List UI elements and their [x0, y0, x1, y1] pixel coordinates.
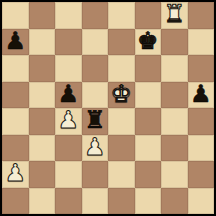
square-a3[interactable] [2, 135, 29, 162]
square-h7[interactable] [188, 29, 215, 56]
square-d5[interactable] [82, 82, 109, 109]
square-e8[interactable] [108, 2, 135, 29]
square-e1[interactable] [108, 188, 135, 215]
square-c7[interactable] [55, 29, 82, 56]
square-c3[interactable] [55, 135, 82, 162]
square-a1[interactable] [2, 188, 29, 215]
square-b3[interactable] [29, 135, 56, 162]
square-g4[interactable] [161, 108, 188, 135]
square-e2[interactable] [108, 161, 135, 188]
piece-white-pawn: ♟ [57, 108, 79, 132]
square-a6[interactable] [2, 55, 29, 82]
square-d4[interactable]: ♜ [82, 108, 109, 135]
square-h4[interactable] [188, 108, 215, 135]
square-h6[interactable] [188, 55, 215, 82]
square-e7[interactable] [108, 29, 135, 56]
square-e5[interactable]: ♚ [108, 82, 135, 109]
square-f6[interactable] [135, 55, 162, 82]
square-c2[interactable] [55, 161, 82, 188]
square-a5[interactable] [2, 82, 29, 109]
piece-white-king: ♚ [110, 82, 132, 106]
square-d7[interactable] [82, 29, 109, 56]
square-c8[interactable] [55, 2, 82, 29]
square-g6[interactable] [161, 55, 188, 82]
square-d8[interactable] [82, 2, 109, 29]
square-c4[interactable]: ♟ [55, 108, 82, 135]
square-d6[interactable] [82, 55, 109, 82]
square-d3[interactable]: ♟ [82, 135, 109, 162]
square-b1[interactable] [29, 188, 56, 215]
square-c1[interactable] [55, 188, 82, 215]
piece-black-king: ♚ [137, 29, 159, 53]
square-b7[interactable] [29, 29, 56, 56]
square-h1[interactable] [188, 188, 215, 215]
square-a2[interactable]: ♟ [2, 161, 29, 188]
square-a4[interactable] [2, 108, 29, 135]
square-f5[interactable] [135, 82, 162, 109]
square-g7[interactable] [161, 29, 188, 56]
square-f1[interactable] [135, 188, 162, 215]
square-a8[interactable] [2, 2, 29, 29]
square-h8[interactable] [188, 2, 215, 29]
square-b8[interactable] [29, 2, 56, 29]
piece-black-pawn: ♟ [57, 82, 79, 106]
piece-white-pawn: ♟ [84, 135, 106, 159]
square-c6[interactable] [55, 55, 82, 82]
chess-board: ♜♟♚♟♚♟♟♜♟♟ [0, 0, 216, 216]
chess-board-container: ♜♟♚♟♚♟♟♜♟♟ [0, 0, 216, 216]
square-h2[interactable] [188, 161, 215, 188]
square-g1[interactable] [161, 188, 188, 215]
square-h5[interactable]: ♟ [188, 82, 215, 109]
square-f3[interactable] [135, 135, 162, 162]
piece-white-pawn: ♟ [4, 161, 26, 185]
square-e4[interactable] [108, 108, 135, 135]
piece-white-rook: ♜ [163, 2, 185, 26]
square-d1[interactable] [82, 188, 109, 215]
square-f2[interactable] [135, 161, 162, 188]
square-b2[interactable] [29, 161, 56, 188]
square-b5[interactable] [29, 82, 56, 109]
square-g3[interactable] [161, 135, 188, 162]
piece-black-pawn: ♟ [190, 82, 212, 106]
square-h3[interactable] [188, 135, 215, 162]
square-e6[interactable] [108, 55, 135, 82]
square-e3[interactable] [108, 135, 135, 162]
square-b6[interactable] [29, 55, 56, 82]
square-a7[interactable]: ♟ [2, 29, 29, 56]
square-f7[interactable]: ♚ [135, 29, 162, 56]
square-f8[interactable] [135, 2, 162, 29]
square-c5[interactable]: ♟ [55, 82, 82, 109]
square-f4[interactable] [135, 108, 162, 135]
square-b4[interactable] [29, 108, 56, 135]
piece-black-pawn: ♟ [4, 29, 26, 53]
square-d2[interactable] [82, 161, 109, 188]
square-g8[interactable]: ♜ [161, 2, 188, 29]
square-g2[interactable] [161, 161, 188, 188]
piece-black-rook: ♜ [84, 108, 106, 132]
square-g5[interactable] [161, 82, 188, 109]
